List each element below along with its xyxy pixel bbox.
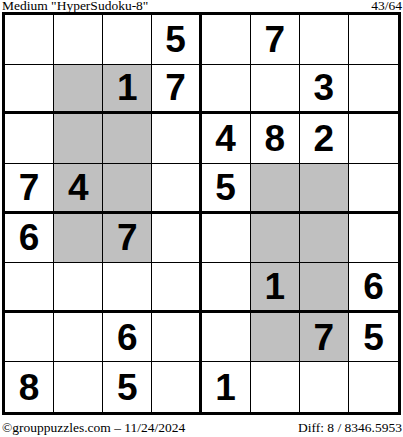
cell-r8c4[interactable] — [152, 362, 201, 412]
cell-r7c5[interactable] — [202, 313, 251, 363]
cell-r3c1[interactable] — [5, 114, 54, 164]
cell-r8c3: 5 — [103, 362, 152, 412]
cell-r4c3[interactable] — [103, 164, 152, 214]
cell-r8c6[interactable] — [251, 362, 300, 412]
cell-r1c7[interactable] — [300, 15, 349, 65]
cell-r3c4[interactable] — [152, 114, 201, 164]
cell-r2c8[interactable] — [349, 65, 398, 115]
cell-r3c7: 2 — [300, 114, 349, 164]
cell-r5c8[interactable] — [349, 214, 398, 264]
cell-r4c8[interactable] — [349, 164, 398, 214]
cell-r6c6: 1 — [251, 263, 300, 313]
cell-r1c8[interactable] — [349, 15, 398, 65]
cell-r1c2[interactable] — [54, 15, 103, 65]
cell-r4c1: 7 — [5, 164, 54, 214]
cell-r7c1[interactable] — [5, 313, 54, 363]
cell-r6c3[interactable] — [103, 263, 152, 313]
cell-r8c1: 8 — [5, 362, 54, 412]
cell-r3c5: 4 — [202, 114, 251, 164]
cell-r7c8: 5 — [349, 313, 398, 363]
cell-r2c3: 1 — [103, 65, 152, 115]
cell-r1c1[interactable] — [5, 15, 54, 65]
cell-r2c2[interactable] — [54, 65, 103, 115]
cell-r4c7[interactable] — [300, 164, 349, 214]
cell-r4c2: 4 — [54, 164, 103, 214]
cell-r6c4[interactable] — [152, 263, 201, 313]
cell-r5c7[interactable] — [300, 214, 349, 264]
cell-r8c7[interactable] — [300, 362, 349, 412]
cell-r6c2[interactable] — [54, 263, 103, 313]
cell-r3c2[interactable] — [54, 114, 103, 164]
cell-r4c6[interactable] — [251, 164, 300, 214]
cell-r8c8[interactable] — [349, 362, 398, 412]
difficulty-rating: Diff: 8 / 8346.5953 — [298, 420, 402, 436]
cell-r5c3: 7 — [103, 214, 152, 264]
cell-r7c4[interactable] — [152, 313, 201, 363]
cell-r5c2[interactable] — [54, 214, 103, 264]
cell-r7c7: 7 — [300, 313, 349, 363]
cell-r6c7[interactable] — [300, 263, 349, 313]
copyright-date: ©grouppuzzles.com – 11/24/2024 — [2, 420, 185, 436]
cell-r2c1[interactable] — [5, 65, 54, 115]
cell-r6c8: 6 — [349, 263, 398, 313]
cell-r5c1: 6 — [5, 214, 54, 264]
cell-r8c5: 1 — [202, 362, 251, 412]
cell-r2c7: 3 — [300, 65, 349, 115]
cell-r1c4: 5 — [152, 15, 201, 65]
cell-r1c6: 7 — [251, 15, 300, 65]
cell-r3c8[interactable] — [349, 114, 398, 164]
cell-r7c2[interactable] — [54, 313, 103, 363]
cell-r2c6[interactable] — [251, 65, 300, 115]
cell-r4c4[interactable] — [152, 164, 201, 214]
cell-r5c4[interactable] — [152, 214, 201, 264]
cell-r2c5[interactable] — [202, 65, 251, 115]
cell-r7c3: 6 — [103, 313, 152, 363]
cell-r3c3[interactable] — [103, 114, 152, 164]
puzzle-footer: ©grouppuzzles.com – 11/24/2024 Diff: 8 /… — [2, 420, 402, 436]
cell-r7c6[interactable] — [251, 313, 300, 363]
sudoku-board: 571734827456716675851 — [2, 12, 401, 415]
cell-r3c6: 8 — [251, 114, 300, 164]
cell-r2c4: 7 — [152, 65, 201, 115]
cell-r1c3[interactable] — [103, 15, 152, 65]
cell-r1c5[interactable] — [202, 15, 251, 65]
cell-r4c5: 5 — [202, 164, 251, 214]
cell-r6c1[interactable] — [5, 263, 54, 313]
cell-r6c5[interactable] — [202, 263, 251, 313]
cell-r8c2[interactable] — [54, 362, 103, 412]
cell-r5c6[interactable] — [251, 214, 300, 264]
puzzle-page: Medium "HyperSudoku-8" 43/64 57173482745… — [0, 0, 403, 437]
cell-r5c5[interactable] — [202, 214, 251, 264]
